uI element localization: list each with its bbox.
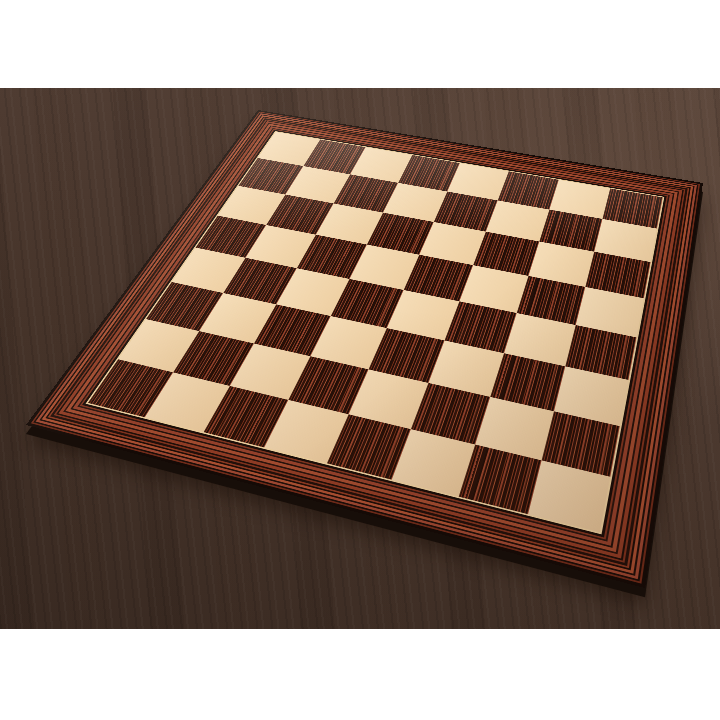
- chess-board[interactable]: [26, 110, 703, 588]
- board-layer: [0, 88, 720, 629]
- table-surface: [0, 88, 720, 629]
- board-squares: [88, 132, 663, 532]
